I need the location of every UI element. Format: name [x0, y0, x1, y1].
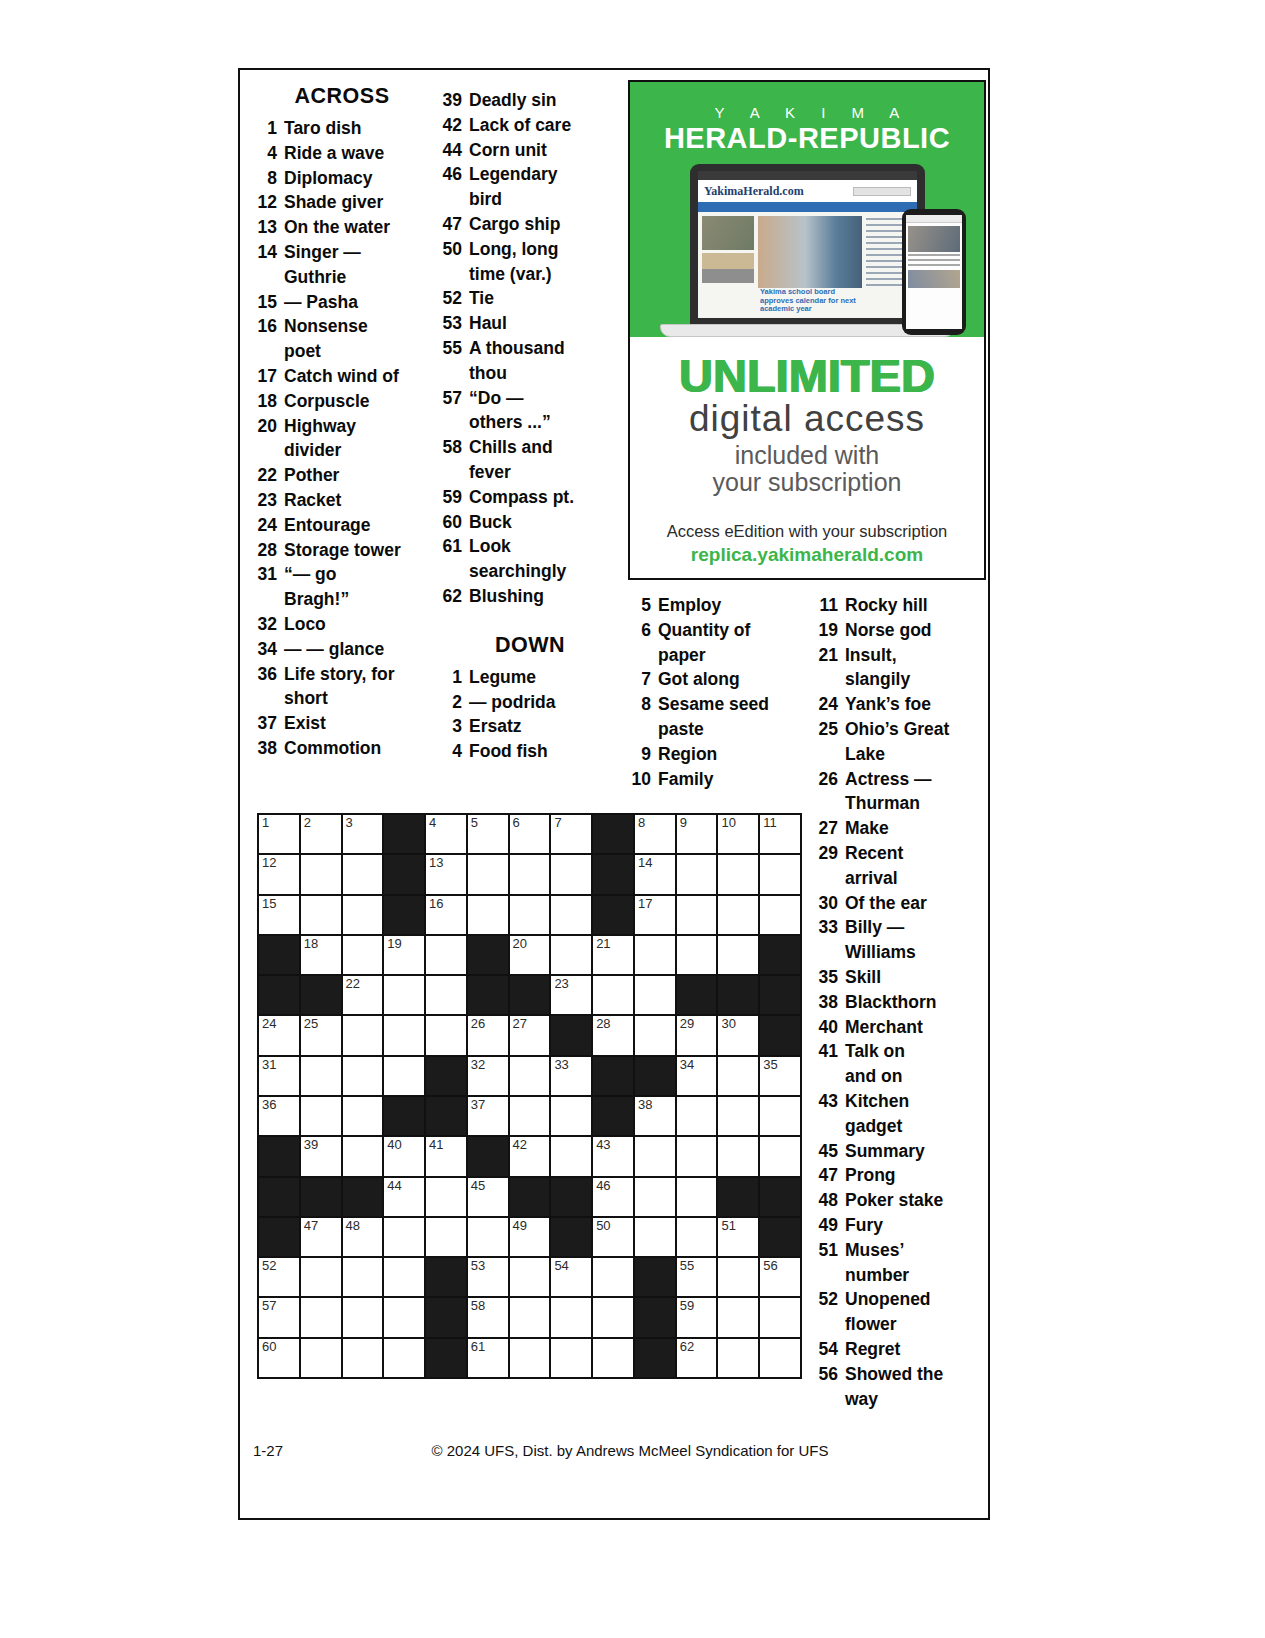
clue-text: Corn unit — [469, 138, 547, 163]
black-cell — [718, 1178, 758, 1216]
white-cell[interactable] — [718, 1057, 758, 1095]
white-cell[interactable] — [301, 1057, 341, 1095]
cell-number: 16 — [429, 896, 443, 912]
cell-number: 30 — [721, 1016, 735, 1032]
browser-bar — [698, 171, 917, 180]
white-cell[interactable]: 36 — [259, 1097, 299, 1135]
white-cell[interactable] — [384, 1339, 424, 1377]
across-heading: ACROSS — [254, 84, 430, 109]
cell-number: 48 — [346, 1218, 360, 1234]
black-cell — [384, 815, 424, 853]
white-cell[interactable]: 59 — [677, 1298, 717, 1336]
white-cell[interactable] — [718, 1339, 758, 1377]
white-cell[interactable] — [635, 1016, 675, 1054]
clue-number: 56 — [812, 1362, 845, 1412]
black-cell — [343, 1178, 383, 1216]
white-cell[interactable] — [301, 896, 341, 934]
white-cell[interactable] — [677, 1097, 717, 1135]
white-cell[interactable]: 22 — [343, 976, 383, 1014]
website-navbar — [698, 202, 917, 212]
cell-number: 36 — [262, 1097, 276, 1113]
cell-number: 24 — [262, 1016, 276, 1032]
white-cell[interactable]: 13 — [426, 855, 466, 893]
white-cell[interactable]: 11 — [760, 815, 800, 853]
down-clues-column-left: 5Employ6Quantity of paper7Got along8Sesa… — [630, 593, 810, 791]
white-cell[interactable] — [677, 936, 717, 974]
white-cell[interactable] — [551, 1097, 591, 1135]
white-cell[interactable] — [677, 896, 717, 934]
clue-number: 17 — [254, 364, 284, 389]
black-cell — [259, 1178, 299, 1216]
clue-text: Commotion — [284, 736, 381, 761]
white-cell[interactable] — [468, 896, 508, 934]
cell-number: 55 — [680, 1258, 694, 1274]
white-cell[interactable] — [635, 1218, 675, 1256]
clue: 10Family — [630, 767, 810, 792]
black-cell — [468, 1137, 508, 1175]
white-cell[interactable]: 47 — [301, 1218, 341, 1256]
cell-number: 45 — [471, 1178, 485, 1194]
white-cell[interactable] — [635, 1178, 675, 1216]
white-cell[interactable]: 62 — [677, 1339, 717, 1377]
white-cell[interactable]: 38 — [635, 1097, 675, 1135]
clue-number: 62 — [436, 584, 469, 609]
white-cell[interactable] — [677, 1178, 717, 1216]
white-cell[interactable]: 43 — [593, 1137, 633, 1175]
cell-number: 13 — [429, 855, 443, 871]
cell-number: 15 — [262, 896, 276, 912]
white-cell[interactable] — [718, 1298, 758, 1336]
clue-number: 8 — [630, 692, 658, 742]
white-cell[interactable]: 58 — [468, 1298, 508, 1336]
white-cell[interactable] — [343, 936, 383, 974]
clue: 31“— go Bragh!” — [254, 562, 430, 612]
white-cell[interactable]: 14 — [635, 855, 675, 893]
white-cell[interactable]: 42 — [510, 1137, 550, 1175]
white-cell[interactable]: 10 — [718, 815, 758, 853]
clue-text: Rocky hill — [845, 593, 928, 618]
black-cell — [593, 855, 633, 893]
white-cell[interactable] — [426, 1178, 466, 1216]
clue-text: Talk on and on — [845, 1039, 905, 1089]
cell-number: 39 — [304, 1137, 318, 1153]
white-cell[interactable] — [551, 896, 591, 934]
black-cell — [259, 976, 299, 1014]
clue-number: 20 — [254, 414, 284, 464]
black-cell — [468, 976, 508, 1014]
clue-text: Norse god — [845, 618, 932, 643]
white-cell[interactable] — [510, 1298, 550, 1336]
white-cell[interactable]: 6 — [510, 815, 550, 853]
white-cell[interactable]: 48 — [343, 1218, 383, 1256]
black-cell — [551, 1218, 591, 1256]
clue-text: Unopened flower — [845, 1287, 931, 1337]
white-cell[interactable]: 52 — [259, 1258, 299, 1296]
white-cell[interactable] — [384, 976, 424, 1014]
cell-number: 14 — [638, 855, 652, 871]
black-cell — [760, 1218, 800, 1256]
cell-number: 56 — [763, 1258, 777, 1274]
clue: 32Loco — [254, 612, 430, 637]
clue-text: Tie — [469, 286, 494, 311]
white-cell[interactable] — [343, 1298, 383, 1336]
white-cell[interactable] — [510, 1057, 550, 1095]
clue-number: 38 — [812, 990, 845, 1015]
white-cell[interactable]: 27 — [510, 1016, 550, 1054]
down-clue-list: 5Employ6Quantity of paper7Got along8Sesa… — [630, 593, 810, 791]
white-cell[interactable] — [426, 936, 466, 974]
white-cell[interactable]: 51 — [718, 1218, 758, 1256]
white-cell[interactable] — [551, 1339, 591, 1377]
clue-number: 10 — [630, 767, 658, 792]
clue-text: Storage tower — [284, 538, 401, 563]
white-cell[interactable]: 1 — [259, 815, 299, 853]
white-cell[interactable] — [510, 896, 550, 934]
cell-number: 46 — [596, 1178, 610, 1194]
clue-text: Summary — [845, 1139, 925, 1164]
white-cell[interactable] — [343, 1137, 383, 1175]
laptop-screen: YakimaHerald.com Yakima school board app… — [698, 171, 917, 318]
clue-text: Yank’s foe — [845, 692, 931, 717]
clue: 48Poker stake — [812, 1188, 990, 1213]
cell-number: 59 — [680, 1298, 694, 1314]
white-cell[interactable] — [718, 1097, 758, 1135]
cell-number: 37 — [471, 1097, 485, 1113]
white-cell[interactable]: 61 — [468, 1339, 508, 1377]
cell-number: 7 — [554, 815, 561, 831]
white-cell[interactable] — [760, 1097, 800, 1135]
white-cell[interactable]: 28 — [593, 1016, 633, 1054]
black-cell — [551, 1016, 591, 1054]
white-cell[interactable]: 40 — [384, 1137, 424, 1175]
white-cell[interactable] — [510, 855, 550, 893]
white-cell[interactable] — [551, 1298, 591, 1336]
white-cell[interactable] — [718, 1258, 758, 1296]
white-cell[interactable] — [343, 1258, 383, 1296]
white-cell[interactable] — [718, 1137, 758, 1175]
clue-number: 5 — [630, 593, 658, 618]
white-cell[interactable] — [551, 936, 591, 974]
clue-number: 35 — [812, 965, 845, 990]
clue-text: — — glance — [284, 637, 384, 662]
white-cell[interactable] — [384, 1016, 424, 1054]
clue-number: 13 — [254, 215, 284, 240]
cell-number: 28 — [596, 1016, 610, 1032]
clue: 14Singer — Guthrie — [254, 240, 430, 290]
clue: 60Buck — [436, 510, 624, 535]
white-cell[interactable] — [593, 1339, 633, 1377]
white-cell[interactable]: 54 — [551, 1258, 591, 1296]
clue-text: Long, long time (var.) — [469, 237, 558, 287]
white-cell[interactable] — [510, 1258, 550, 1296]
white-cell[interactable]: 49 — [510, 1218, 550, 1256]
white-cell[interactable] — [301, 855, 341, 893]
clue: 8Sesame seed paste — [630, 692, 810, 742]
clue-number: 21 — [812, 643, 845, 693]
black-cell — [426, 1298, 466, 1336]
clue: 27Make — [812, 816, 990, 841]
black-cell — [259, 936, 299, 974]
white-cell[interactable]: 17 — [635, 896, 675, 934]
white-cell[interactable]: 25 — [301, 1016, 341, 1054]
white-cell[interactable] — [426, 1016, 466, 1054]
clue-number: 48 — [812, 1188, 845, 1213]
clue: 33Billy — Williams — [812, 915, 990, 965]
white-cell[interactable]: 57 — [259, 1298, 299, 1336]
clue: 29Recent arrival — [812, 841, 990, 891]
clue: 38Commotion — [254, 736, 430, 761]
clue-number: 27 — [812, 816, 845, 841]
clue-number: 47 — [812, 1163, 845, 1188]
white-cell[interactable]: 3 — [343, 815, 383, 853]
cell-number: 12 — [262, 855, 276, 871]
clue-number: 15 — [254, 290, 284, 315]
white-cell[interactable] — [384, 1298, 424, 1336]
clue: 41Talk on and on — [812, 1039, 990, 1089]
white-cell[interactable]: 45 — [468, 1178, 508, 1216]
white-cell[interactable]: 23 — [551, 976, 591, 1014]
white-cell[interactable]: 8 — [635, 815, 675, 853]
black-cell — [259, 1137, 299, 1175]
clue: 26Actress — Thurman — [812, 767, 990, 817]
white-cell[interactable]: 35 — [760, 1057, 800, 1095]
puzzle-date-code: 1-27 — [253, 1442, 283, 1459]
white-cell[interactable] — [635, 1137, 675, 1175]
white-cell[interactable]: 53 — [468, 1258, 508, 1296]
cell-number: 1 — [262, 815, 269, 831]
clue-number: 34 — [254, 637, 284, 662]
clue-number: 30 — [812, 891, 845, 916]
clue-number: 38 — [254, 736, 284, 761]
white-cell[interactable] — [677, 855, 717, 893]
white-cell[interactable]: 15 — [259, 896, 299, 934]
white-cell[interactable] — [301, 1339, 341, 1377]
clue-number: 29 — [812, 841, 845, 891]
white-cell[interactable]: 30 — [718, 1016, 758, 1054]
clue-number: 60 — [436, 510, 469, 535]
white-cell[interactable] — [343, 1097, 383, 1135]
clue: 20Highway divider — [254, 414, 430, 464]
white-cell[interactable]: 19 — [384, 936, 424, 974]
white-cell[interactable] — [593, 1298, 633, 1336]
phone-photo — [908, 226, 960, 252]
lead-caption: Yakima school board approves calendar fo… — [760, 288, 870, 314]
white-cell[interactable]: 26 — [468, 1016, 508, 1054]
white-cell[interactable]: 44 — [384, 1178, 424, 1216]
clue-number: 42 — [436, 113, 469, 138]
white-cell[interactable] — [301, 1298, 341, 1336]
clue-text: Skill — [845, 965, 881, 990]
clue-text: Lack of care — [469, 113, 571, 138]
cell-number: 44 — [387, 1178, 401, 1194]
white-cell[interactable] — [551, 855, 591, 893]
white-cell[interactable]: 5 — [468, 815, 508, 853]
cell-number: 31 — [262, 1057, 276, 1073]
cell-number: 49 — [513, 1218, 527, 1234]
white-cell[interactable] — [760, 896, 800, 934]
white-cell[interactable] — [718, 896, 758, 934]
clue: 24Yank’s foe — [812, 692, 990, 717]
phone-photo-2 — [908, 270, 960, 288]
white-cell[interactable] — [593, 976, 633, 1014]
clue-text: Diplomacy — [284, 166, 373, 191]
white-cell[interactable] — [468, 855, 508, 893]
down-clues-column-right: 11Rocky hill19Norse god21Insult, slangil… — [812, 593, 990, 1411]
clue: 43Kitchen gadget — [812, 1089, 990, 1139]
white-cell[interactable] — [343, 1057, 383, 1095]
clue: 17Catch wind of — [254, 364, 430, 389]
cell-number: 43 — [596, 1137, 610, 1153]
tagline-line-2: your subscription — [713, 468, 902, 496]
black-cell — [760, 1178, 800, 1216]
clue: 37Exist — [254, 711, 430, 736]
clue-text: Nonsense poet — [284, 314, 368, 364]
black-cell — [510, 1178, 550, 1216]
clue-text: Muses’ number — [845, 1238, 909, 1288]
clue-number: 4 — [254, 141, 284, 166]
white-cell[interactable] — [343, 1339, 383, 1377]
clue: 1Legume — [436, 665, 624, 690]
white-cell[interactable] — [677, 1137, 717, 1175]
white-cell[interactable]: 37 — [468, 1097, 508, 1135]
white-cell[interactable] — [593, 1258, 633, 1296]
white-cell[interactable]: 18 — [301, 936, 341, 974]
white-cell[interactable] — [343, 1016, 383, 1054]
cell-number: 50 — [596, 1218, 610, 1234]
cell-number: 42 — [513, 1137, 527, 1153]
white-cell[interactable] — [635, 976, 675, 1014]
white-cell[interactable] — [760, 1137, 800, 1175]
white-cell[interactable]: 41 — [426, 1137, 466, 1175]
clue: 50Long, long time (var.) — [436, 237, 624, 287]
cell-number: 62 — [680, 1339, 694, 1355]
clue-number: 52 — [812, 1287, 845, 1337]
white-cell[interactable] — [468, 1218, 508, 1256]
clue-number: 61 — [436, 534, 469, 584]
clue: 3Ersatz — [436, 714, 624, 739]
clue: 22Pother — [254, 463, 430, 488]
clue: 61Look searchingly — [436, 534, 624, 584]
white-cell[interactable] — [426, 976, 466, 1014]
clue: 39Deadly sin — [436, 88, 624, 113]
subscription-ad: Y A K I M A HERALD-REPUBLIC YakimaHerald… — [628, 80, 986, 580]
clue: 36Life story, for short — [254, 662, 430, 712]
clue-number: 47 — [436, 212, 469, 237]
clue-text: Ohio’s Great Lake — [845, 717, 949, 767]
white-cell[interactable] — [426, 1218, 466, 1256]
cell-number: 5 — [471, 815, 478, 831]
white-cell[interactable] — [635, 936, 675, 974]
white-cell[interactable] — [718, 855, 758, 893]
white-cell[interactable]: 29 — [677, 1016, 717, 1054]
clue-text: A thousand thou — [469, 336, 565, 386]
white-cell[interactable]: 34 — [677, 1057, 717, 1095]
clue-number: 7 — [630, 667, 658, 692]
clue-text: Quantity of paper — [658, 618, 750, 668]
white-cell[interactable]: 56 — [760, 1258, 800, 1296]
cell-number: 51 — [721, 1218, 735, 1234]
white-cell[interactable] — [384, 1057, 424, 1095]
white-cell[interactable]: 55 — [677, 1258, 717, 1296]
white-cell[interactable]: 20 — [510, 936, 550, 974]
white-cell[interactable] — [677, 1218, 717, 1256]
white-cell[interactable] — [301, 1097, 341, 1135]
black-cell — [760, 936, 800, 974]
clue-text: Recent arrival — [845, 841, 903, 891]
white-cell[interactable]: 7 — [551, 815, 591, 853]
white-cell[interactable] — [343, 855, 383, 893]
clue-text: Entourage — [284, 513, 371, 538]
clue-number: 58 — [436, 435, 469, 485]
white-cell[interactable] — [760, 1339, 800, 1377]
clue-number: 19 — [812, 618, 845, 643]
black-cell — [593, 815, 633, 853]
clue-text: Deadly sin — [469, 88, 557, 113]
black-cell — [510, 976, 550, 1014]
white-cell[interactable] — [551, 1137, 591, 1175]
clue-number: 37 — [254, 711, 284, 736]
white-cell[interactable] — [760, 1298, 800, 1336]
left-column — [702, 216, 754, 288]
white-cell[interactable]: 24 — [259, 1016, 299, 1054]
white-cell[interactable]: 39 — [301, 1137, 341, 1175]
clue: 58Chills and fever — [436, 435, 624, 485]
clue-text: Pother — [284, 463, 339, 488]
clue-text: Got along — [658, 667, 740, 692]
white-cell[interactable] — [301, 1258, 341, 1296]
clue-number: 2 — [436, 690, 469, 715]
black-cell — [384, 1097, 424, 1135]
clue-text: Billy — Williams — [845, 915, 916, 965]
white-cell[interactable]: 9 — [677, 815, 717, 853]
clue-text: Look searchingly — [469, 534, 566, 584]
white-cell[interactable] — [510, 1097, 550, 1135]
clue-text: Actress — Thurman — [845, 767, 932, 817]
cell-number: 9 — [680, 815, 687, 831]
white-cell[interactable]: 50 — [593, 1218, 633, 1256]
white-cell[interactable]: 32 — [468, 1057, 508, 1095]
black-cell — [760, 976, 800, 1014]
white-cell[interactable] — [760, 855, 800, 893]
clue: 24Entourage — [254, 513, 430, 538]
clue-text: Ersatz — [469, 714, 522, 739]
white-cell[interactable]: 33 — [551, 1057, 591, 1095]
white-cell[interactable] — [384, 1218, 424, 1256]
white-cell[interactable]: 21 — [593, 936, 633, 974]
cell-number: 11 — [763, 815, 777, 831]
clue: 47Prong — [812, 1163, 990, 1188]
white-cell[interactable]: 2 — [301, 815, 341, 853]
clue: 11Rocky hill — [812, 593, 990, 618]
white-cell[interactable] — [343, 896, 383, 934]
clue-text: Fury — [845, 1213, 883, 1238]
white-cell[interactable]: 4 — [426, 815, 466, 853]
cell-number: 60 — [262, 1339, 276, 1355]
white-cell[interactable] — [718, 936, 758, 974]
white-cell[interactable] — [510, 1339, 550, 1377]
white-cell[interactable]: 60 — [259, 1339, 299, 1377]
clue-text: Chills and fever — [469, 435, 553, 485]
white-cell[interactable]: 12 — [259, 855, 299, 893]
clue-number: 43 — [812, 1089, 845, 1139]
clue-number: 41 — [812, 1039, 845, 1089]
white-cell[interactable] — [384, 1258, 424, 1296]
white-cell[interactable]: 46 — [593, 1178, 633, 1216]
white-cell[interactable]: 31 — [259, 1057, 299, 1095]
white-cell[interactable]: 16 — [426, 896, 466, 934]
clue-text: Legendary bird — [469, 162, 558, 212]
cell-number: 23 — [554, 976, 568, 992]
